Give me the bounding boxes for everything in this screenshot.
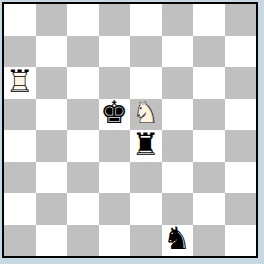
square-b3[interactable] — [36, 162, 68, 194]
square-d1[interactable] — [99, 225, 131, 257]
square-f5[interactable] — [162, 99, 194, 131]
square-e3[interactable] — [130, 162, 162, 194]
square-b1[interactable] — [36, 225, 68, 257]
square-f3[interactable] — [162, 162, 194, 194]
square-d4[interactable] — [99, 130, 131, 162]
white-rook[interactable]: ♜♖ — [4, 67, 36, 99]
square-g5[interactable] — [193, 99, 225, 131]
square-e4[interactable]: ♜ — [130, 130, 162, 162]
square-c5[interactable] — [67, 99, 99, 131]
square-h5[interactable] — [225, 99, 257, 131]
square-g7[interactable] — [193, 36, 225, 68]
white-knight[interactable]: ♞♘ — [130, 99, 162, 131]
white-rook-outline: ♖ — [4, 67, 36, 97]
square-e2[interactable] — [130, 193, 162, 225]
square-b2[interactable] — [36, 193, 68, 225]
square-e8[interactable] — [130, 4, 162, 36]
square-a2[interactable] — [4, 193, 36, 225]
white-knight-outline: ♘ — [130, 99, 162, 129]
square-a4[interactable] — [4, 130, 36, 162]
square-e6[interactable] — [130, 67, 162, 99]
square-c3[interactable] — [67, 162, 99, 194]
square-f2[interactable] — [162, 193, 194, 225]
square-a3[interactable] — [4, 162, 36, 194]
black-knight[interactable]: ♞ — [162, 225, 194, 257]
square-f6[interactable] — [162, 67, 194, 99]
square-h1[interactable] — [225, 225, 257, 257]
black-rook-glyph: ♜ — [130, 130, 162, 160]
square-b8[interactable] — [36, 4, 68, 36]
square-h3[interactable] — [225, 162, 257, 194]
black-king[interactable]: ♚ — [99, 99, 131, 131]
board-margin: ♜♖♚♞♘♜♞ — [0, 0, 264, 264]
square-a7[interactable] — [4, 36, 36, 68]
square-b4[interactable] — [36, 130, 68, 162]
square-b6[interactable] — [36, 67, 68, 99]
square-h6[interactable] — [225, 67, 257, 99]
square-f8[interactable] — [162, 4, 194, 36]
square-d3[interactable] — [99, 162, 131, 194]
square-h7[interactable] — [225, 36, 257, 68]
square-e5[interactable]: ♞♘ — [130, 99, 162, 131]
square-d6[interactable] — [99, 67, 131, 99]
square-c6[interactable] — [67, 67, 99, 99]
square-d8[interactable] — [99, 4, 131, 36]
chess-board: ♜♖♚♞♘♜♞ — [2, 2, 258, 258]
square-e7[interactable] — [130, 36, 162, 68]
square-c8[interactable] — [67, 4, 99, 36]
square-c1[interactable] — [67, 225, 99, 257]
square-h8[interactable] — [225, 4, 257, 36]
square-c7[interactable] — [67, 36, 99, 68]
square-a8[interactable] — [4, 4, 36, 36]
square-g3[interactable] — [193, 162, 225, 194]
black-rook[interactable]: ♜ — [130, 130, 162, 162]
square-g1[interactable] — [193, 225, 225, 257]
square-e1[interactable] — [130, 225, 162, 257]
square-g2[interactable] — [193, 193, 225, 225]
square-h4[interactable] — [225, 130, 257, 162]
black-king-glyph: ♚ — [99, 99, 131, 129]
square-a6[interactable]: ♜♖ — [4, 67, 36, 99]
square-h2[interactable] — [225, 193, 257, 225]
square-c2[interactable] — [67, 193, 99, 225]
square-g8[interactable] — [193, 4, 225, 36]
square-b7[interactable] — [36, 36, 68, 68]
square-a1[interactable] — [4, 225, 36, 257]
square-a5[interactable] — [4, 99, 36, 131]
square-g4[interactable] — [193, 130, 225, 162]
black-knight-glyph: ♞ — [162, 225, 194, 255]
square-d2[interactable] — [99, 193, 131, 225]
square-d5[interactable]: ♚ — [99, 99, 131, 131]
square-c4[interactable] — [67, 130, 99, 162]
square-f7[interactable] — [162, 36, 194, 68]
square-g6[interactable] — [193, 67, 225, 99]
square-d7[interactable] — [99, 36, 131, 68]
square-b5[interactable] — [36, 99, 68, 131]
square-f1[interactable]: ♞ — [162, 225, 194, 257]
square-f4[interactable] — [162, 130, 194, 162]
